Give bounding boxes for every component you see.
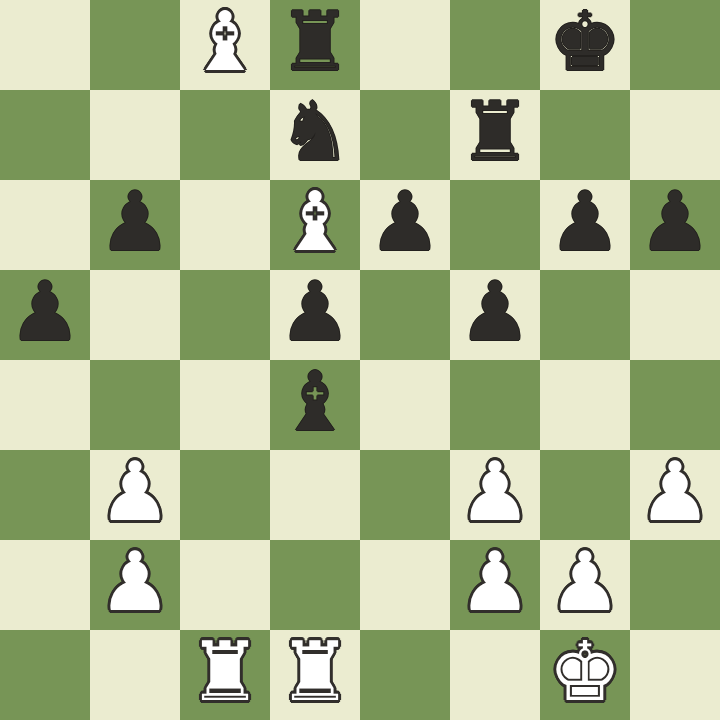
square-g7[interactable] <box>540 90 630 180</box>
black-rook[interactable]: ♜ <box>458 91 532 173</box>
square-d7[interactable]: ♞ <box>270 90 360 180</box>
square-f1[interactable] <box>450 630 540 720</box>
square-h3[interactable]: ♟ <box>630 450 720 540</box>
square-a8[interactable] <box>0 0 90 90</box>
square-b1[interactable] <box>90 630 180 720</box>
square-g4[interactable] <box>540 360 630 450</box>
square-a1[interactable] <box>0 630 90 720</box>
square-b2[interactable]: ♟ <box>90 540 180 630</box>
black-pawn[interactable]: ♟ <box>368 181 442 263</box>
square-e6[interactable]: ♟ <box>360 180 450 270</box>
square-a2[interactable] <box>0 540 90 630</box>
square-c2[interactable] <box>180 540 270 630</box>
square-c6[interactable] <box>180 180 270 270</box>
square-f8[interactable] <box>450 0 540 90</box>
square-g5[interactable] <box>540 270 630 360</box>
square-h1[interactable] <box>630 630 720 720</box>
black-bishop[interactable]: ♝ <box>278 361 352 443</box>
square-g8[interactable]: ♚ <box>540 0 630 90</box>
white-pawn[interactable]: ♟ <box>548 541 622 623</box>
square-g2[interactable]: ♟ <box>540 540 630 630</box>
square-a3[interactable] <box>0 450 90 540</box>
white-pawn[interactable]: ♟ <box>458 451 532 533</box>
square-c8[interactable]: ♝ <box>180 0 270 90</box>
square-c7[interactable] <box>180 90 270 180</box>
square-a7[interactable] <box>0 90 90 180</box>
square-h2[interactable] <box>630 540 720 630</box>
black-pawn[interactable]: ♟ <box>548 181 622 263</box>
square-b6[interactable]: ♟ <box>90 180 180 270</box>
square-f6[interactable] <box>450 180 540 270</box>
square-h7[interactable] <box>630 90 720 180</box>
black-pawn[interactable]: ♟ <box>458 271 532 353</box>
square-e3[interactable] <box>360 450 450 540</box>
square-h5[interactable] <box>630 270 720 360</box>
square-g6[interactable]: ♟ <box>540 180 630 270</box>
square-a5[interactable]: ♟ <box>0 270 90 360</box>
square-c4[interactable] <box>180 360 270 450</box>
square-b7[interactable] <box>90 90 180 180</box>
white-pawn[interactable]: ♟ <box>458 541 532 623</box>
white-pawn[interactable]: ♟ <box>98 451 172 533</box>
square-b8[interactable] <box>90 0 180 90</box>
square-f2[interactable]: ♟ <box>450 540 540 630</box>
white-king[interactable]: ♚ <box>548 631 622 713</box>
square-b5[interactable] <box>90 270 180 360</box>
square-e1[interactable] <box>360 630 450 720</box>
square-e8[interactable] <box>360 0 450 90</box>
square-d8[interactable]: ♜ <box>270 0 360 90</box>
square-f7[interactable]: ♜ <box>450 90 540 180</box>
square-g3[interactable] <box>540 450 630 540</box>
white-pawn[interactable]: ♟ <box>98 541 172 623</box>
square-d1[interactable]: ♜ <box>270 630 360 720</box>
square-b3[interactable]: ♟ <box>90 450 180 540</box>
square-h6[interactable]: ♟ <box>630 180 720 270</box>
square-d4[interactable]: ♝ <box>270 360 360 450</box>
square-c5[interactable] <box>180 270 270 360</box>
square-c1[interactable]: ♜ <box>180 630 270 720</box>
square-b4[interactable] <box>90 360 180 450</box>
white-bishop[interactable]: ♝ <box>188 1 262 83</box>
black-pawn[interactable]: ♟ <box>98 181 172 263</box>
white-bishop[interactable]: ♝ <box>278 181 352 263</box>
white-rook[interactable]: ♜ <box>278 631 352 713</box>
square-d2[interactable] <box>270 540 360 630</box>
square-c3[interactable] <box>180 450 270 540</box>
square-d5[interactable]: ♟ <box>270 270 360 360</box>
square-e4[interactable] <box>360 360 450 450</box>
square-g1[interactable]: ♚ <box>540 630 630 720</box>
white-rook[interactable]: ♜ <box>188 631 262 713</box>
square-f4[interactable] <box>450 360 540 450</box>
square-f5[interactable]: ♟ <box>450 270 540 360</box>
square-e2[interactable] <box>360 540 450 630</box>
square-e7[interactable] <box>360 90 450 180</box>
black-rook[interactable]: ♜ <box>278 1 352 83</box>
square-d6[interactable]: ♝ <box>270 180 360 270</box>
white-pawn[interactable]: ♟ <box>638 451 712 533</box>
black-king[interactable]: ♚ <box>548 1 622 83</box>
square-a6[interactable] <box>0 180 90 270</box>
square-d3[interactable] <box>270 450 360 540</box>
square-e5[interactable] <box>360 270 450 360</box>
black-pawn[interactable]: ♟ <box>8 271 82 353</box>
chess-board: ♝♜♚♞♜♟♝♟♟♟♟♟♟♝♟♟♟♟♟♟♜♜♚ <box>0 0 720 720</box>
black-pawn[interactable]: ♟ <box>278 271 352 353</box>
square-a4[interactable] <box>0 360 90 450</box>
square-h4[interactable] <box>630 360 720 450</box>
black-pawn[interactable]: ♟ <box>638 181 712 263</box>
square-f3[interactable]: ♟ <box>450 450 540 540</box>
black-knight[interactable]: ♞ <box>278 91 352 173</box>
square-h8[interactable] <box>630 0 720 90</box>
